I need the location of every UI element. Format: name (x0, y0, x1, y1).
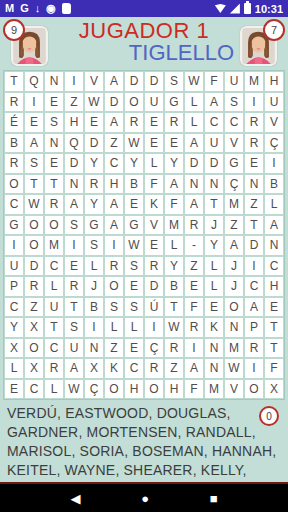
grid-cell[interactable]: R (84, 174, 104, 195)
grid-cell[interactable]: N (264, 235, 284, 256)
grid-cell[interactable]: G (124, 215, 144, 236)
grid-cell[interactable]: L (184, 112, 204, 133)
grid-cell[interactable]: T (44, 317, 64, 338)
grid-cell[interactable]: Ç (264, 133, 284, 154)
grid-cell[interactable]: A (104, 194, 124, 215)
grid-cell[interactable]: S (164, 71, 184, 92)
grid-cell[interactable]: C (104, 153, 124, 174)
grid-cell[interactable]: B (4, 133, 24, 154)
grid-cell[interactable]: S (124, 297, 144, 318)
grid-cell[interactable]: S (44, 112, 64, 133)
grid-cell[interactable]: O (224, 297, 244, 318)
word-list-text: VERDÚ, EASTWOOD, DOUGLAS, GARDNER, MORTE… (7, 404, 280, 480)
grid-cell[interactable]: E (4, 379, 24, 400)
grid-cell[interactable]: R (244, 338, 264, 359)
grid-cell[interactable]: A (64, 358, 84, 379)
wifi-icon (215, 4, 226, 13)
grid-cell[interactable]: Z (64, 92, 84, 113)
grid-cell[interactable]: B (84, 297, 104, 318)
grid-cell[interactable]: Z (24, 297, 44, 318)
status-bar-left: M G ↓ ◉ (5, 3, 215, 14)
grid-cell[interactable]: N (204, 358, 224, 379)
grid-cell[interactable]: D (244, 235, 264, 256)
grid-cell[interactable]: W (224, 358, 244, 379)
app-circle-icon: ◉ (46, 3, 56, 14)
grid-cell[interactable]: E (124, 338, 144, 359)
grid-cell[interactable]: D (144, 276, 164, 297)
grid-cell[interactable]: O (24, 338, 44, 359)
grid-cell[interactable]: O (144, 379, 164, 400)
grid-cell[interactable]: A (264, 215, 284, 236)
grid-cell[interactable]: A (224, 235, 244, 256)
grid-cell[interactable]: N (204, 174, 224, 195)
grid-cell[interactable]: W (24, 194, 44, 215)
grid-cell[interactable]: L (164, 235, 184, 256)
grid-cell[interactable]: Y (204, 235, 224, 256)
status-bar-right: 10:31 (215, 3, 283, 15)
grid-cell[interactable]: R (164, 112, 184, 133)
grid-cell[interactable]: R (24, 276, 44, 297)
grid-cell[interactable]: X (24, 317, 44, 338)
grid-cell[interactable]: E (64, 256, 84, 277)
grid-cell[interactable]: M (244, 71, 264, 92)
grid-cell[interactable]: R (104, 256, 124, 277)
grid-cell[interactable]: M (204, 379, 224, 400)
grid-cell[interactable]: T (64, 297, 84, 318)
grid-cell[interactable]: E (124, 194, 144, 215)
grid-cell[interactable]: I (104, 235, 124, 256)
grid-cell[interactable]: Y (124, 153, 144, 174)
grid-cell[interactable]: T (244, 215, 264, 236)
home-button[interactable]: ● (141, 492, 149, 505)
grid-cell[interactable]: E (124, 276, 144, 297)
grid-cell[interactable]: G (164, 92, 184, 113)
grid-cell[interactable]: B (164, 276, 184, 297)
grid-cell[interactable]: F (204, 71, 224, 92)
grid-cell[interactable]: U (4, 256, 24, 277)
grid-cell[interactable]: S (124, 256, 144, 277)
grid-cell[interactable]: C (204, 112, 224, 133)
grid-cell[interactable]: A (24, 133, 44, 154)
grid-cell[interactable]: V (224, 133, 244, 154)
grid-cell[interactable]: U (64, 338, 84, 359)
grid-cell[interactable]: H (164, 379, 184, 400)
grid-cell[interactable]: E (144, 235, 164, 256)
grid-cell[interactable]: I (144, 317, 164, 338)
battery-icon (244, 3, 251, 14)
grid-cell[interactable]: D (184, 153, 204, 174)
recents-button[interactable]: ■ (210, 492, 218, 505)
grid-cell[interactable]: N (44, 133, 64, 154)
grid-cell[interactable]: H (104, 174, 124, 195)
grid-cell[interactable]: S (24, 153, 44, 174)
player-title: JUGADOR 1 (52, 20, 236, 42)
grid-cell[interactable]: L (44, 276, 64, 297)
grid-cell[interactable]: A (104, 215, 124, 236)
grid-cell[interactable]: I (64, 71, 84, 92)
grid-cell[interactable]: D (204, 153, 224, 174)
grid-cell[interactable]: R (4, 92, 24, 113)
grid-cell[interactable]: A (164, 174, 184, 195)
grid-cell[interactable]: O (104, 379, 124, 400)
grid-cell[interactable]: C (264, 256, 284, 277)
word-list-panel: VERDÚ, EASTWOOD, DOUGLAS, GARDNER, MORTE… (0, 400, 288, 482)
grid-cell[interactable]: Y (84, 194, 104, 215)
grid-cell[interactable]: Ú (144, 297, 164, 318)
grid-cell[interactable]: G (84, 215, 104, 236)
grid-cell[interactable]: X (24, 358, 44, 379)
grid-cell[interactable]: R (4, 153, 24, 174)
grid-cell[interactable]: E (264, 297, 284, 318)
grid-cell[interactable]: L (264, 194, 284, 215)
gmail-icon: M (5, 3, 14, 14)
grid-cell[interactable]: C (24, 379, 44, 400)
grid-cell[interactable]: W (64, 379, 84, 400)
grid-cell[interactable]: F (144, 174, 164, 195)
grid-cell[interactable]: O (24, 235, 44, 256)
grid-cell[interactable]: N (204, 338, 224, 359)
download-icon: ↓ (35, 3, 41, 14)
grid-cell[interactable]: F (264, 358, 284, 379)
grid-cell[interactable]: R (64, 276, 84, 297)
grid-cell[interactable]: K (104, 358, 124, 379)
left-player-score-badge: 9 (3, 19, 25, 41)
grid-cell[interactable]: S (64, 215, 84, 236)
grid-cell[interactable]: H (124, 379, 144, 400)
grid-cell[interactable]: F (164, 194, 184, 215)
grid-cell[interactable]: Z (104, 338, 124, 359)
grid-cell[interactable]: E (84, 112, 104, 133)
grid-cell[interactable]: N (64, 174, 84, 195)
grid-cell[interactable]: C (4, 194, 24, 215)
grid-cell[interactable]: Ç (224, 174, 244, 195)
grid-cell[interactable]: K (204, 317, 224, 338)
opponent-name: TIGLELLO (52, 42, 236, 64)
grid-cell[interactable]: F (184, 379, 204, 400)
grid-cell[interactable]: Y (164, 256, 184, 277)
grid-cell[interactable]: E (144, 112, 164, 133)
grid-cell[interactable]: X (4, 338, 24, 359)
grid-cell[interactable]: L (204, 276, 224, 297)
grid-cell[interactable]: R (124, 112, 144, 133)
grid-cell[interactable]: A (64, 194, 84, 215)
grid-cell[interactable]: U (204, 133, 224, 154)
grid-cell[interactable]: D (124, 71, 144, 92)
grid-cell[interactable]: D (104, 92, 124, 113)
grid-cell[interactable]: B (264, 174, 284, 195)
grid-cell[interactable]: Ç (84, 379, 104, 400)
grid-cell[interactable]: U (224, 71, 244, 92)
grid-cell[interactable]: E (244, 153, 264, 174)
grid-cell[interactable]: M (164, 215, 184, 236)
grid-cell[interactable]: N (184, 174, 204, 195)
grid-cell[interactable]: Z (104, 133, 124, 154)
grid-cell[interactable]: N (244, 174, 264, 195)
grid-cell[interactable]: Y (84, 153, 104, 174)
grid-cell[interactable]: C (224, 112, 244, 133)
grid-cell[interactable]: R (184, 215, 204, 236)
grid-cell[interactable]: A (104, 71, 124, 92)
grid-cell[interactable]: L (204, 256, 224, 277)
grid-cell[interactable]: S (224, 92, 244, 113)
grid-cell[interactable]: G (224, 153, 244, 174)
grid-cell[interactable]: O (4, 174, 24, 195)
grid-cell[interactable]: W (124, 133, 144, 154)
grid-cell[interactable]: T (204, 194, 224, 215)
grid-cell[interactable]: I (264, 153, 284, 174)
grid-cell[interactable]: V (224, 379, 244, 400)
grid-cell[interactable]: E (24, 112, 44, 133)
grid-cell[interactable]: S (104, 297, 124, 318)
grid-cell[interactable]: P (4, 276, 24, 297)
grid-cell[interactable]: O (244, 379, 264, 400)
grid-cell[interactable]: D (84, 133, 104, 154)
grid-cell[interactable]: R (144, 256, 164, 277)
grid-cell[interactable]: L (44, 379, 64, 400)
grid-cell[interactable]: A (104, 112, 124, 133)
grid-cell[interactable]: H (64, 112, 84, 133)
grid-cell[interactable]: V (264, 112, 284, 133)
grid-cell[interactable]: R (244, 112, 264, 133)
signal-icon (230, 4, 240, 14)
grid-cell[interactable]: I (244, 256, 264, 277)
grid-cell[interactable]: - (184, 235, 204, 256)
back-button[interactable]: ◀ (70, 492, 80, 505)
grid-cell[interactable]: R (44, 194, 64, 215)
grid-cell[interactable]: Y (164, 153, 184, 174)
grid-cell[interactable]: Z (184, 256, 204, 277)
game-header: 9 7 JUGADOR 1 TIGLELLO (0, 17, 288, 68)
grid-cell[interactable]: R (164, 338, 184, 359)
grid-cell[interactable]: E (204, 297, 224, 318)
grid-cell[interactable]: X (84, 358, 104, 379)
grid-cell[interactable]: Q (64, 133, 84, 154)
grid-cell[interactable]: W (124, 235, 144, 256)
grid-cell[interactable]: C (44, 256, 64, 277)
grid-cell[interactable]: E (144, 133, 164, 154)
grid-cell[interactable]: M (224, 338, 244, 359)
grid-cell[interactable]: I (244, 358, 264, 379)
grid-cell[interactable]: Z (164, 358, 184, 379)
grid-cell[interactable]: R (244, 133, 264, 154)
grid-cell[interactable]: L (4, 358, 24, 379)
grid-cell[interactable]: A (184, 133, 204, 154)
grid-cell[interactable]: A (244, 297, 264, 318)
grid-cell[interactable]: T (164, 297, 184, 318)
grid-cell[interactable]: N (84, 338, 104, 359)
grid-cell[interactable]: J (224, 256, 244, 277)
grid-cell[interactable]: W (164, 317, 184, 338)
grid-cell[interactable]: V (84, 71, 104, 92)
grid-cell[interactable]: C (44, 338, 64, 359)
grid-cell[interactable]: A (204, 92, 224, 113)
grid-cell[interactable]: B (124, 174, 144, 195)
right-player-score-badge: 7 (263, 19, 285, 41)
grid-cell[interactable]: W (184, 71, 204, 92)
grid-cell[interactable]: C (244, 276, 264, 297)
grid-cell[interactable]: T (44, 174, 64, 195)
grid-cell[interactable]: C (4, 297, 24, 318)
grid-cell[interactable]: E (44, 153, 64, 174)
grid-cell[interactable]: A (184, 358, 204, 379)
grid-cell[interactable]: U (44, 297, 64, 318)
google-icon: G (20, 3, 29, 14)
grid-cell[interactable]: J (224, 276, 244, 297)
grid-cell[interactable]: I (64, 235, 84, 256)
grid-cell[interactable]: M (44, 235, 64, 256)
grid-cell[interactable]: R (184, 317, 204, 338)
grid-cell[interactable]: Y (4, 317, 24, 338)
grid-cell[interactable]: Z (224, 215, 244, 236)
grid-cell[interactable]: V (144, 215, 164, 236)
grid-cell[interactable]: L (144, 153, 164, 174)
grid-cell[interactable]: O (44, 215, 64, 236)
grid-cell[interactable]: D (24, 256, 44, 277)
grid-cell[interactable]: C (124, 358, 144, 379)
grid-cell[interactable]: R (44, 358, 64, 379)
grid-cell[interactable]: Ç (144, 338, 164, 359)
grid-cell[interactable]: G (4, 215, 24, 236)
grid-cell[interactable]: H (264, 71, 284, 92)
grid-cell[interactable]: X (264, 379, 284, 400)
grid-cell[interactable]: É (4, 112, 24, 133)
grid-cell[interactable]: S (64, 317, 84, 338)
grid-cell[interactable]: T (24, 174, 44, 195)
grid-cell[interactable]: A (184, 194, 204, 215)
grid-cell[interactable]: K (144, 194, 164, 215)
status-bar: M G ↓ ◉ 10:31 (0, 0, 288, 17)
grid-cell[interactable]: E (44, 92, 64, 113)
grid-cell[interactable]: E (164, 133, 184, 154)
remaining-words-badge: 0 (259, 406, 279, 426)
grid-cell[interactable]: Q (24, 71, 44, 92)
grid-cell[interactable]: I (84, 317, 104, 338)
grid-cell[interactable]: P (244, 317, 264, 338)
grid-cell[interactable]: I (24, 92, 44, 113)
grid-cell[interactable]: H (264, 276, 284, 297)
grid-cell[interactable]: N (44, 71, 64, 92)
header-titles: JUGADOR 1 TIGLELLO (52, 20, 236, 64)
grid-cell[interactable]: T (264, 317, 284, 338)
grid-cell[interactable]: I (184, 338, 204, 359)
grid-cell[interactable]: N (224, 317, 244, 338)
grid-cell[interactable]: L (124, 317, 144, 338)
grid-cell[interactable]: I (4, 235, 24, 256)
grid-cell[interactable]: O (124, 92, 144, 113)
grid-cell[interactable]: R (144, 358, 164, 379)
grid-cell[interactable]: W (84, 92, 104, 113)
grid-cell[interactable]: L (104, 317, 124, 338)
grid-cell[interactable]: I (244, 92, 264, 113)
grid-cell[interactable]: D (64, 153, 84, 174)
word-grid[interactable]: TQNIVADDSWFUMHRIEZWDOUGLASIUÉESHEARERLCC… (3, 70, 285, 400)
grid-cell[interactable]: Z (244, 194, 264, 215)
grid-cell[interactable]: T (4, 71, 24, 92)
grid-cell[interactable]: J (84, 276, 104, 297)
grid-cell[interactable]: U (264, 92, 284, 113)
grid-cell[interactable]: J (204, 215, 224, 236)
grid-cell[interactable]: O (104, 276, 124, 297)
sim-icon (62, 3, 71, 14)
grid-cell[interactable]: F (184, 297, 204, 318)
grid-cell[interactable]: M (224, 194, 244, 215)
grid-cell[interactable]: L (184, 92, 204, 113)
grid-cell[interactable]: T (264, 338, 284, 359)
grid-cell[interactable]: L (84, 256, 104, 277)
android-nav-bar: ◀ ● ■ (0, 484, 288, 512)
grid-cell[interactable]: U (144, 92, 164, 113)
grid-cell[interactable]: D (144, 71, 164, 92)
grid-cell[interactable]: S (84, 235, 104, 256)
grid-cell[interactable]: O (24, 215, 44, 236)
grid-cell[interactable]: E (184, 276, 204, 297)
clock: 10:31 (255, 3, 283, 15)
